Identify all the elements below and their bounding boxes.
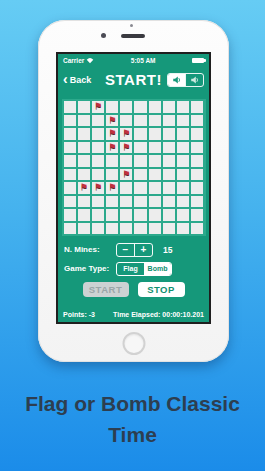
board-cell-r8c8[interactable]	[177, 209, 189, 221]
game-type-label: Game Type:	[64, 264, 116, 273]
board-cell-r5c4[interactable]: ⚑	[120, 169, 132, 181]
board-cell-r0c1[interactable]	[78, 101, 90, 113]
board-cell-r2c5[interactable]	[134, 128, 146, 140]
board-cell-r8c5[interactable]	[134, 209, 146, 221]
board-cell-r5c8[interactable]	[177, 169, 189, 181]
board-cell-r5c9[interactable]	[191, 169, 203, 181]
screenshot-root: Carrier 5:05 AM ‹ Back START!	[0, 0, 265, 471]
board-cell-r1c5[interactable]	[134, 115, 146, 127]
battery-icon	[192, 58, 204, 64]
sound-toggle-group	[167, 73, 204, 87]
mines-label: N. Mines:	[64, 245, 116, 254]
board-cell-r6c1[interactable]: ⚑	[78, 182, 90, 194]
board-cell-r0c6[interactable]	[149, 101, 161, 113]
board-cell-r7c5[interactable]	[134, 196, 146, 208]
board-cell-r4c5[interactable]	[134, 155, 146, 167]
board-cell-r7c9[interactable]	[191, 196, 203, 208]
board-cell-r3c6[interactable]	[149, 142, 161, 154]
board-cell-r3c2[interactable]	[92, 142, 104, 154]
board-cell-r9c7[interactable]	[163, 223, 175, 235]
board-cell-r8c4[interactable]	[120, 209, 132, 221]
minesweeper-board: ⚑⚑⚑⚑⚑⚑⚑⚑⚑⚑	[62, 99, 206, 236]
sound-on-button[interactable]	[168, 74, 185, 86]
board-cell-r3c7[interactable]	[163, 142, 175, 154]
flag-icon: ⚑	[108, 129, 116, 138]
board-cell-r2c9[interactable]	[191, 128, 203, 140]
board-cell-r6c7[interactable]	[163, 182, 175, 194]
board-cell-r3c8[interactable]	[177, 142, 189, 154]
board-cell-r4c3[interactable]	[106, 155, 118, 167]
board-cell-r8c1[interactable]	[78, 209, 90, 221]
navigation-bar: ‹ Back START!	[58, 67, 209, 93]
time-elapsed-label: Time Elapsed:	[113, 311, 160, 318]
board-cell-r0c9[interactable]	[191, 101, 203, 113]
board-cell-r1c3[interactable]: ⚑	[106, 115, 118, 127]
board-cell-r0c2[interactable]: ⚑	[92, 101, 104, 113]
board-cell-r0c4[interactable]	[120, 101, 132, 113]
home-button[interactable]	[122, 332, 145, 355]
board-cell-r7c8[interactable]	[177, 196, 189, 208]
board-cell-r8c3[interactable]	[106, 209, 118, 221]
board-cell-r2c2[interactable]	[92, 128, 104, 140]
board-cell-r9c1[interactable]	[78, 223, 90, 235]
board-cell-r4c6[interactable]	[149, 155, 161, 167]
board-cell-r1c7[interactable]	[163, 115, 175, 127]
app-screen: Carrier 5:05 AM ‹ Back START!	[56, 52, 211, 324]
wifi-icon	[86, 57, 94, 64]
board-cell-r3c0[interactable]	[64, 142, 76, 154]
board-cell-r6c9[interactable]	[191, 182, 203, 194]
board-cell-r1c6[interactable]	[149, 115, 161, 127]
board-cell-r3c3[interactable]: ⚑	[106, 142, 118, 154]
board-cell-r2c3[interactable]: ⚑	[106, 128, 118, 140]
board-cell-r5c7[interactable]	[163, 169, 175, 181]
board-cell-r0c0[interactable]	[64, 101, 76, 113]
back-button[interactable]: ‹ Back	[63, 67, 91, 93]
sound-off-button[interactable]	[185, 74, 203, 86]
time-elapsed-value: 00:00:10.201	[162, 311, 204, 318]
board-cell-r8c9[interactable]	[191, 209, 203, 221]
back-label: Back	[70, 75, 92, 85]
board-cell-r9c8[interactable]	[177, 223, 189, 235]
board-cell-r4c4[interactable]	[120, 155, 132, 167]
flag-icon: ⚑	[122, 143, 130, 152]
game-type-option-bomb[interactable]: Bomb	[144, 263, 171, 275]
board-cell-r7c4[interactable]	[120, 196, 132, 208]
board-cell-r7c2[interactable]	[92, 196, 104, 208]
board-cell-r7c1[interactable]	[78, 196, 90, 208]
board-cell-r2c4[interactable]: ⚑	[120, 128, 132, 140]
mines-decrement-button[interactable]: −	[117, 244, 134, 256]
speaker-icon	[172, 75, 182, 85]
board-cell-r6c5[interactable]	[134, 182, 146, 194]
start-stop-row: START STOP	[58, 282, 209, 297]
board-cell-r7c0[interactable]	[64, 196, 76, 208]
board-cell-r6c6[interactable]	[149, 182, 161, 194]
game-type-row: Game Type: Flag Bomb	[58, 262, 209, 275]
board-cell-r5c1[interactable]	[78, 169, 90, 181]
board-cell-r9c9[interactable]	[191, 223, 203, 235]
board-cell-r4c8[interactable]	[177, 155, 189, 167]
board-cell-r5c0[interactable]	[64, 169, 76, 181]
board-cell-r7c3[interactable]	[106, 196, 118, 208]
caption-line-2: Time	[0, 419, 265, 450]
board-cell-r4c7[interactable]	[163, 155, 175, 167]
board-cell-r6c2[interactable]: ⚑	[92, 182, 104, 194]
board-cell-r5c5[interactable]	[134, 169, 146, 181]
board-cell-r8c2[interactable]	[92, 209, 104, 221]
start-button[interactable]: START	[83, 282, 129, 297]
flag-icon: ⚑	[122, 170, 130, 179]
clock-text: 5:05 AM	[131, 57, 156, 64]
board-cell-r2c6[interactable]	[149, 128, 161, 140]
board-cell-r9c4[interactable]	[120, 223, 132, 235]
board-cell-r1c9[interactable]	[191, 115, 203, 127]
board-cell-r4c0[interactable]	[64, 155, 76, 167]
board-cell-r3c5[interactable]	[134, 142, 146, 154]
time-group: Time Elapsed: 00:00:10.201	[113, 311, 204, 318]
flag-icon: ⚑	[94, 102, 102, 111]
mines-stepper: − +	[116, 243, 153, 257]
board-cell-r5c2[interactable]	[92, 169, 104, 181]
back-chevron-icon: ‹	[63, 72, 68, 86]
board-cell-r1c2[interactable]	[92, 115, 104, 127]
iphone-frame: Carrier 5:05 AM ‹ Back START!	[38, 20, 229, 362]
game-type-option-flag[interactable]: Flag	[117, 263, 144, 275]
mines-value: 15	[163, 245, 172, 255]
board-cell-r0c5[interactable]	[134, 101, 146, 113]
status-bar: Carrier 5:05 AM	[58, 54, 209, 67]
store-caption: Flag or Bomb Classic Time	[0, 388, 265, 450]
board-cell-r6c8[interactable]	[177, 182, 189, 194]
board-cell-r2c1[interactable]	[78, 128, 90, 140]
points-value: -3	[89, 311, 95, 318]
board-cell-r9c0[interactable]	[64, 223, 76, 235]
speaker-muted-icon	[190, 75, 200, 85]
board-cell-r4c9[interactable]	[191, 155, 203, 167]
flag-icon: ⚑	[108, 143, 116, 152]
board-cell-r4c2[interactable]	[92, 155, 104, 167]
board-cell-r1c8[interactable]	[177, 115, 189, 127]
board-cell-r1c0[interactable]	[64, 115, 76, 127]
flag-icon: ⚑	[80, 183, 88, 192]
board-cell-r0c3[interactable]	[106, 101, 118, 113]
board-cell-r9c2[interactable]	[92, 223, 104, 235]
mines-row: N. Mines: − + 15	[58, 243, 209, 256]
board-cell-r8c0[interactable]	[64, 209, 76, 221]
points-label: Points:	[63, 311, 87, 318]
board-cell-r7c6[interactable]	[149, 196, 161, 208]
board-cell-r7c7[interactable]	[163, 196, 175, 208]
board-cell-r0c7[interactable]	[163, 101, 175, 113]
earpiece-speaker	[121, 34, 145, 38]
board-cell-r2c0[interactable]	[64, 128, 76, 140]
board-cell-r6c0[interactable]	[64, 182, 76, 194]
board-cell-r9c3[interactable]	[106, 223, 118, 235]
score-row: Points: -3 Time Elapsed: 00:00:10.201	[58, 311, 209, 322]
mines-increment-button[interactable]: +	[134, 244, 152, 256]
board-cell-r8c6[interactable]	[149, 209, 161, 221]
board-cell-r6c4[interactable]	[120, 182, 132, 194]
board-cell-r6c3[interactable]: ⚑	[106, 182, 118, 194]
caption-line-1: Flag or Bomb Classic	[0, 388, 265, 419]
board-cell-r3c9[interactable]	[191, 142, 203, 154]
board-cell-r0c8[interactable]	[177, 101, 189, 113]
carrier-text: Carrier	[63, 57, 84, 64]
board-cell-r3c1[interactable]	[78, 142, 90, 154]
front-camera-dot	[101, 33, 106, 38]
proximity-sensor-dot	[130, 24, 133, 27]
board-cell-r1c1[interactable]	[78, 115, 90, 127]
board-cell-r9c5[interactable]	[134, 223, 146, 235]
carrier-label: Carrier	[63, 57, 94, 64]
board-cell-r4c1[interactable]	[78, 155, 90, 167]
points-group: Points: -3	[63, 311, 95, 318]
flag-icon: ⚑	[122, 129, 130, 138]
board-cell-r5c3[interactable]	[106, 169, 118, 181]
board-cell-r5c6[interactable]	[149, 169, 161, 181]
stop-button[interactable]: STOP	[138, 282, 185, 297]
board-cell-r2c8[interactable]	[177, 128, 189, 140]
flag-icon: ⚑	[108, 183, 116, 192]
board-cell-r2c7[interactable]	[163, 128, 175, 140]
flag-icon: ⚑	[94, 183, 102, 192]
board-cell-r9c6[interactable]	[149, 223, 161, 235]
board-cell-r8c7[interactable]	[163, 209, 175, 221]
board-cell-r3c4[interactable]: ⚑	[120, 142, 132, 154]
board-cell-r1c4[interactable]	[120, 115, 132, 127]
flag-icon: ⚑	[108, 116, 116, 125]
game-type-segmented-control: Flag Bomb	[116, 262, 172, 276]
